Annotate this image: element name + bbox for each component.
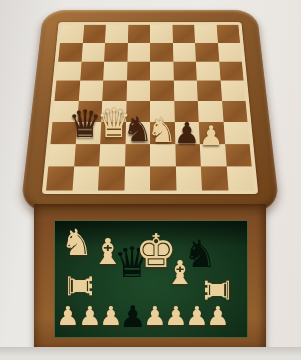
table-surface bbox=[0, 347, 301, 360]
board-square[interactable] bbox=[126, 81, 150, 101]
board-square[interactable] bbox=[99, 144, 125, 167]
board-square[interactable] bbox=[150, 43, 173, 62]
board-square[interactable] bbox=[58, 43, 82, 62]
board-square[interactable] bbox=[223, 122, 249, 144]
board-square[interactable] bbox=[82, 25, 105, 43]
board-square[interactable] bbox=[127, 43, 150, 62]
board-square[interactable] bbox=[56, 61, 81, 80]
board-square[interactable] bbox=[218, 43, 242, 62]
board-square[interactable] bbox=[103, 61, 127, 80]
white-pawn[interactable]: ♟ bbox=[199, 122, 223, 149]
board-square[interactable] bbox=[197, 81, 222, 101]
board-square[interactable] bbox=[150, 25, 173, 43]
board-square[interactable] bbox=[219, 61, 244, 80]
board-square[interactable] bbox=[195, 43, 219, 62]
white-pawn-4[interactable]: ♟ bbox=[143, 303, 166, 329]
board-square[interactable] bbox=[78, 81, 103, 101]
board-square[interactable] bbox=[225, 144, 252, 167]
board-square[interactable] bbox=[102, 81, 126, 101]
knight-slot-cutout: ♞ bbox=[183, 235, 217, 273]
board-square[interactable] bbox=[226, 167, 254, 191]
white-pawn-5[interactable]: ♟ bbox=[164, 303, 187, 329]
white-pawn-6[interactable]: ♟ bbox=[185, 303, 208, 329]
board-square[interactable] bbox=[196, 61, 220, 80]
white-rook-left[interactable]: ♜ bbox=[63, 271, 96, 301]
board-square[interactable] bbox=[175, 167, 202, 191]
white-pawn-7[interactable]: ♟ bbox=[206, 303, 229, 329]
board-square[interactable] bbox=[127, 61, 150, 80]
board-square[interactable] bbox=[172, 25, 195, 43]
board-square[interactable] bbox=[127, 25, 150, 43]
board-square[interactable] bbox=[104, 43, 127, 62]
board-square[interactable] bbox=[220, 81, 245, 101]
board-square[interactable] bbox=[201, 167, 228, 191]
white-knight-stored[interactable]: ♞ bbox=[61, 225, 93, 261]
board-square[interactable] bbox=[173, 61, 197, 80]
white-knight[interactable]: ♞ bbox=[147, 113, 177, 147]
board-square[interactable] bbox=[222, 101, 248, 122]
white-pawn-2[interactable]: ♟ bbox=[78, 303, 101, 329]
board-square[interactable] bbox=[150, 61, 173, 80]
board-square[interactable] bbox=[80, 61, 104, 80]
board-square[interactable] bbox=[216, 25, 240, 43]
board-square[interactable] bbox=[72, 167, 99, 191]
board-square[interactable] bbox=[194, 25, 217, 43]
board-square[interactable] bbox=[124, 167, 150, 191]
board-square[interactable] bbox=[60, 25, 84, 43]
white-pawn-1[interactable]: ♟ bbox=[56, 303, 79, 329]
board-square[interactable] bbox=[74, 144, 101, 167]
board-square[interactable] bbox=[81, 43, 105, 62]
wall-background: ♛♛♞♞♟♟ ♞♝♛♚♝♞♜♜♟♟♟♟♟♟♟♟ bbox=[0, 0, 301, 360]
board-square[interactable] bbox=[173, 81, 197, 101]
board-square[interactable] bbox=[54, 81, 79, 101]
board-square[interactable] bbox=[46, 167, 74, 191]
board-square[interactable] bbox=[173, 43, 196, 62]
board-square[interactable] bbox=[48, 144, 75, 167]
board-square[interactable] bbox=[105, 25, 128, 43]
board-square[interactable] bbox=[98, 167, 125, 191]
board-square[interactable] bbox=[150, 167, 176, 191]
black-pawn[interactable]: ♟ bbox=[174, 119, 200, 148]
board-square[interactable] bbox=[150, 81, 174, 101]
